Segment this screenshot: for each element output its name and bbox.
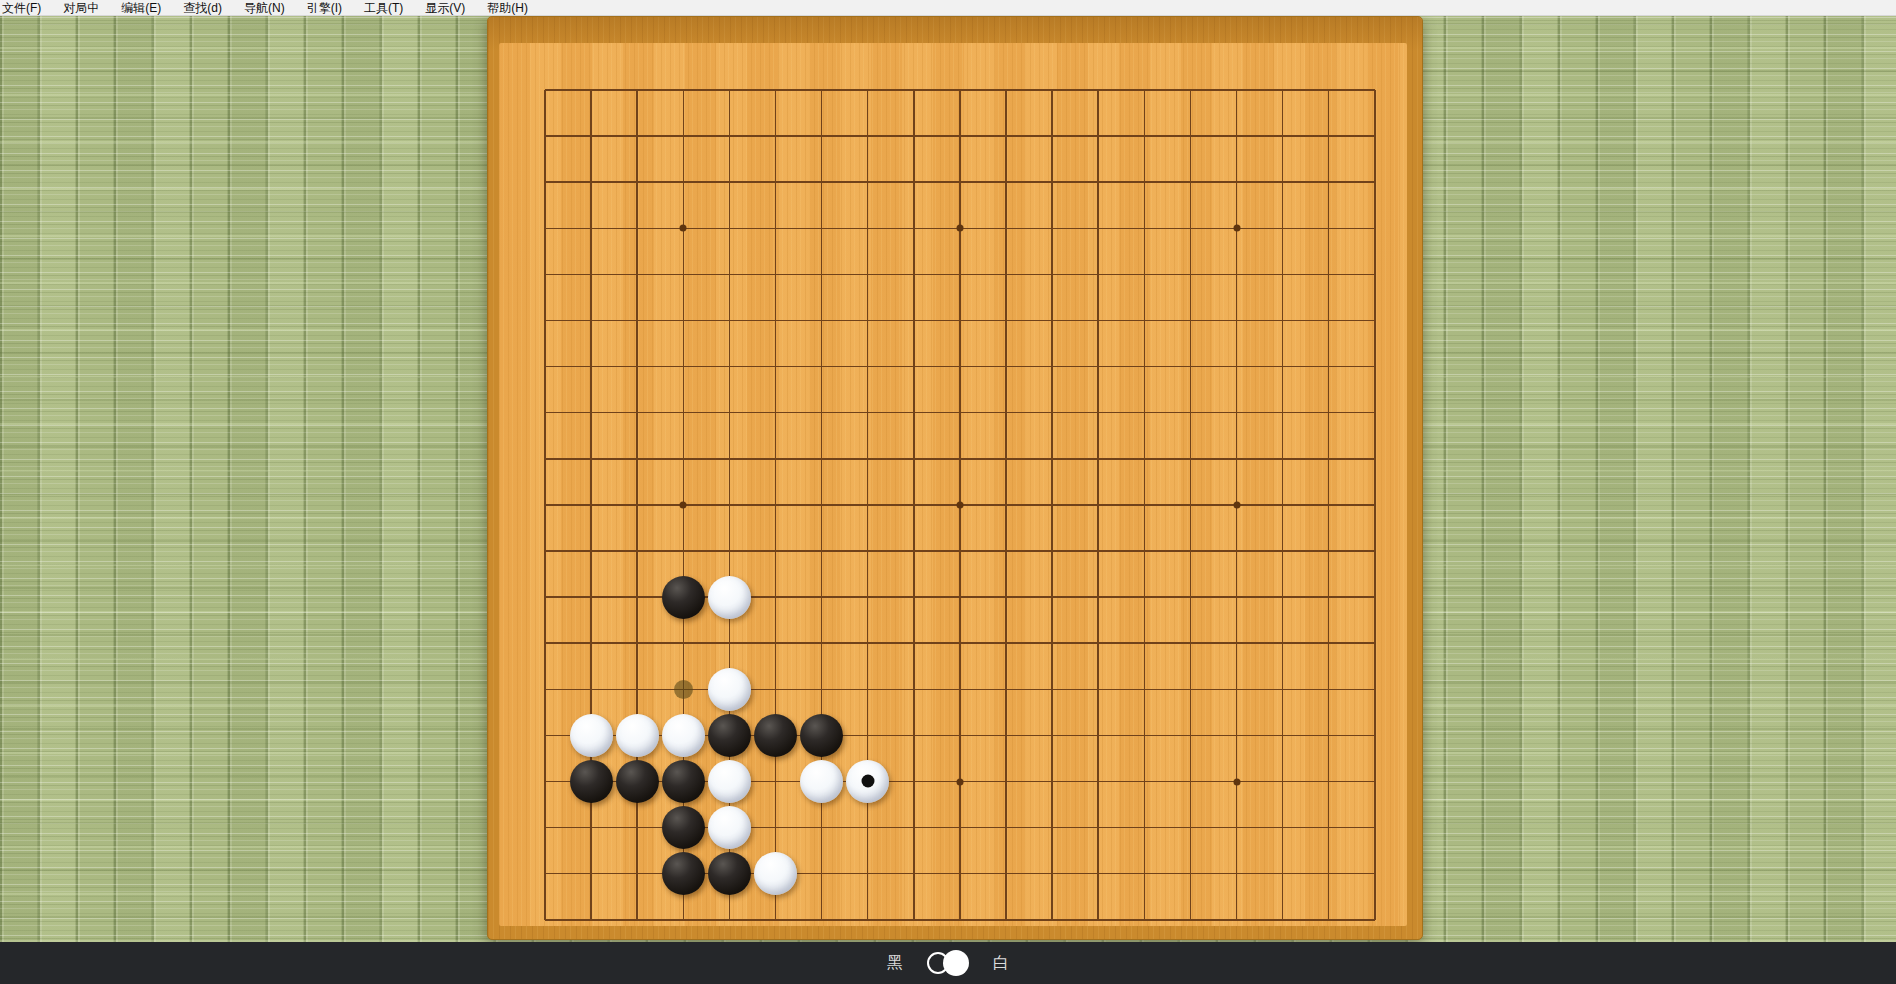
menu-item-edit[interactable]: 编辑(E): [121, 0, 161, 16]
black-stone: [754, 714, 797, 757]
black-stone: [616, 760, 659, 803]
black-stone: [708, 714, 751, 757]
white-stone: [708, 806, 751, 849]
white-stone: [708, 576, 751, 619]
menu-item-file[interactable]: 文件(F): [2, 0, 41, 16]
star-point: [956, 225, 963, 232]
go-board-surface: [499, 43, 1407, 926]
white-stone: [708, 668, 751, 711]
last-move-marker: [861, 775, 874, 788]
white-stone: [708, 760, 751, 803]
star-point: [1233, 225, 1240, 232]
black-stone: [800, 714, 843, 757]
black-stone: [708, 852, 751, 895]
app-window: { "game": "go", "board_size": 19, "posit…: [0, 0, 1896, 984]
white-stone: [616, 714, 659, 757]
star-point: [680, 501, 687, 508]
black-player-label: 黑: [887, 942, 903, 984]
star-point: [680, 225, 687, 232]
star-point: [1233, 501, 1240, 508]
menu-item-tools[interactable]: 工具(T): [364, 0, 403, 16]
bottom-bar: 黑 白: [0, 942, 1896, 984]
menu-item-navigate[interactable]: 导航(N): [244, 0, 285, 16]
black-stone: [662, 806, 705, 849]
black-stone: [570, 760, 613, 803]
white-stone: [846, 760, 889, 803]
menu-item-engine[interactable]: 引擎(I): [307, 0, 342, 16]
go-board-frame: [487, 16, 1423, 940]
go-board[interactable]: [522, 67, 1398, 943]
white-player-label: 白: [993, 942, 1009, 984]
star-point: [1233, 778, 1240, 785]
white-stone: [662, 714, 705, 757]
turn-toggle[interactable]: [927, 950, 969, 976]
star-point: [956, 778, 963, 785]
white-stone: [800, 760, 843, 803]
menu-bar: 文件(F)对局中编辑(E)查找(d)导航(N)引擎(I)工具(T)显示(V)帮助…: [0, 0, 1896, 16]
menu-item-game-status[interactable]: 对局中: [63, 0, 99, 16]
black-stone: [662, 760, 705, 803]
menu-item-find[interactable]: 查找(d): [183, 0, 222, 16]
white-stone-icon: [943, 950, 969, 976]
white-stone: [754, 852, 797, 895]
hover-indicator-dot: [674, 680, 693, 699]
star-point: [956, 501, 963, 508]
black-stone: [662, 576, 705, 619]
menu-item-help[interactable]: 帮助(H): [487, 0, 528, 16]
white-stone: [570, 714, 613, 757]
black-stone: [662, 852, 705, 895]
menu-item-view[interactable]: 显示(V): [425, 0, 465, 16]
